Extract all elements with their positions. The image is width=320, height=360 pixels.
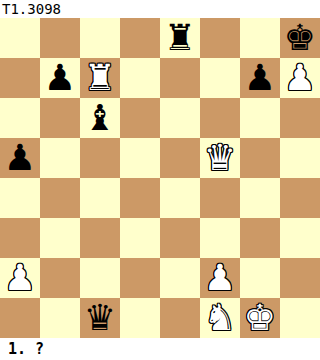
black-king: ♚ [280, 18, 320, 58]
square-h2[interactable] [280, 258, 320, 298]
black-rook: ♜ [160, 18, 200, 58]
white-king: ♚ [240, 298, 280, 338]
square-b5[interactable] [40, 138, 80, 178]
white-pawn: ♟ [280, 58, 320, 98]
square-h1[interactable] [280, 298, 320, 338]
square-b4[interactable] [40, 178, 80, 218]
square-b1[interactable] [40, 298, 80, 338]
square-e3[interactable] [160, 218, 200, 258]
square-a6[interactable] [0, 98, 40, 138]
white-knight: ♞ [200, 298, 240, 338]
square-g1[interactable]: ♚ [240, 298, 280, 338]
square-h5[interactable] [280, 138, 320, 178]
square-c3[interactable] [80, 218, 120, 258]
puzzle-title: T1.3098 [0, 0, 320, 18]
square-c7[interactable]: ♜ [80, 58, 120, 98]
black-queen: ♛ [80, 298, 120, 338]
square-e2[interactable] [160, 258, 200, 298]
chess-board: ♜♚♟♜♟♟♝♟♛♟♟♛♞♚ [0, 18, 320, 338]
square-f1[interactable]: ♞ [200, 298, 240, 338]
black-pawn: ♟ [0, 138, 40, 178]
white-pawn: ♟ [200, 258, 240, 298]
black-pawn: ♟ [240, 58, 280, 98]
square-e1[interactable] [160, 298, 200, 338]
square-a5[interactable]: ♟ [0, 138, 40, 178]
square-a1[interactable] [0, 298, 40, 338]
square-f8[interactable] [200, 18, 240, 58]
square-e5[interactable] [160, 138, 200, 178]
square-d2[interactable] [120, 258, 160, 298]
square-f3[interactable] [200, 218, 240, 258]
square-g8[interactable] [240, 18, 280, 58]
square-d8[interactable] [120, 18, 160, 58]
square-b6[interactable] [40, 98, 80, 138]
move-prompt: 1. ? [0, 338, 320, 360]
black-bishop: ♝ [80, 98, 120, 138]
square-d1[interactable] [120, 298, 160, 338]
square-a8[interactable] [0, 18, 40, 58]
square-a4[interactable] [0, 178, 40, 218]
square-f2[interactable]: ♟ [200, 258, 240, 298]
square-d3[interactable] [120, 218, 160, 258]
square-h7[interactable]: ♟ [280, 58, 320, 98]
square-g4[interactable] [240, 178, 280, 218]
square-c5[interactable] [80, 138, 120, 178]
square-h8[interactable]: ♚ [280, 18, 320, 58]
square-a3[interactable] [0, 218, 40, 258]
square-c6[interactable]: ♝ [80, 98, 120, 138]
square-b3[interactable] [40, 218, 80, 258]
square-d5[interactable] [120, 138, 160, 178]
square-g6[interactable] [240, 98, 280, 138]
square-e6[interactable] [160, 98, 200, 138]
square-g3[interactable] [240, 218, 280, 258]
chess-puzzle-window: T1.3098 ♜♚♟♜♟♟♝♟♛♟♟♛♞♚ 1. ? [0, 0, 320, 360]
square-d6[interactable] [120, 98, 160, 138]
square-e8[interactable]: ♜ [160, 18, 200, 58]
square-f4[interactable] [200, 178, 240, 218]
square-h4[interactable] [280, 178, 320, 218]
square-h6[interactable] [280, 98, 320, 138]
square-c2[interactable] [80, 258, 120, 298]
square-c4[interactable] [80, 178, 120, 218]
black-pawn: ♟ [40, 58, 80, 98]
white-queen: ♛ [200, 138, 240, 178]
white-rook: ♜ [80, 58, 120, 98]
square-a2[interactable]: ♟ [0, 258, 40, 298]
square-g2[interactable] [240, 258, 280, 298]
square-c8[interactable] [80, 18, 120, 58]
white-pawn: ♟ [0, 258, 40, 298]
square-f7[interactable] [200, 58, 240, 98]
square-g7[interactable]: ♟ [240, 58, 280, 98]
square-d7[interactable] [120, 58, 160, 98]
square-b7[interactable]: ♟ [40, 58, 80, 98]
square-h3[interactable] [280, 218, 320, 258]
square-d4[interactable] [120, 178, 160, 218]
square-a7[interactable] [0, 58, 40, 98]
square-c1[interactable]: ♛ [80, 298, 120, 338]
square-f6[interactable] [200, 98, 240, 138]
square-b2[interactable] [40, 258, 80, 298]
square-b8[interactable] [40, 18, 80, 58]
square-f5[interactable]: ♛ [200, 138, 240, 178]
square-g5[interactable] [240, 138, 280, 178]
square-e7[interactable] [160, 58, 200, 98]
square-e4[interactable] [160, 178, 200, 218]
